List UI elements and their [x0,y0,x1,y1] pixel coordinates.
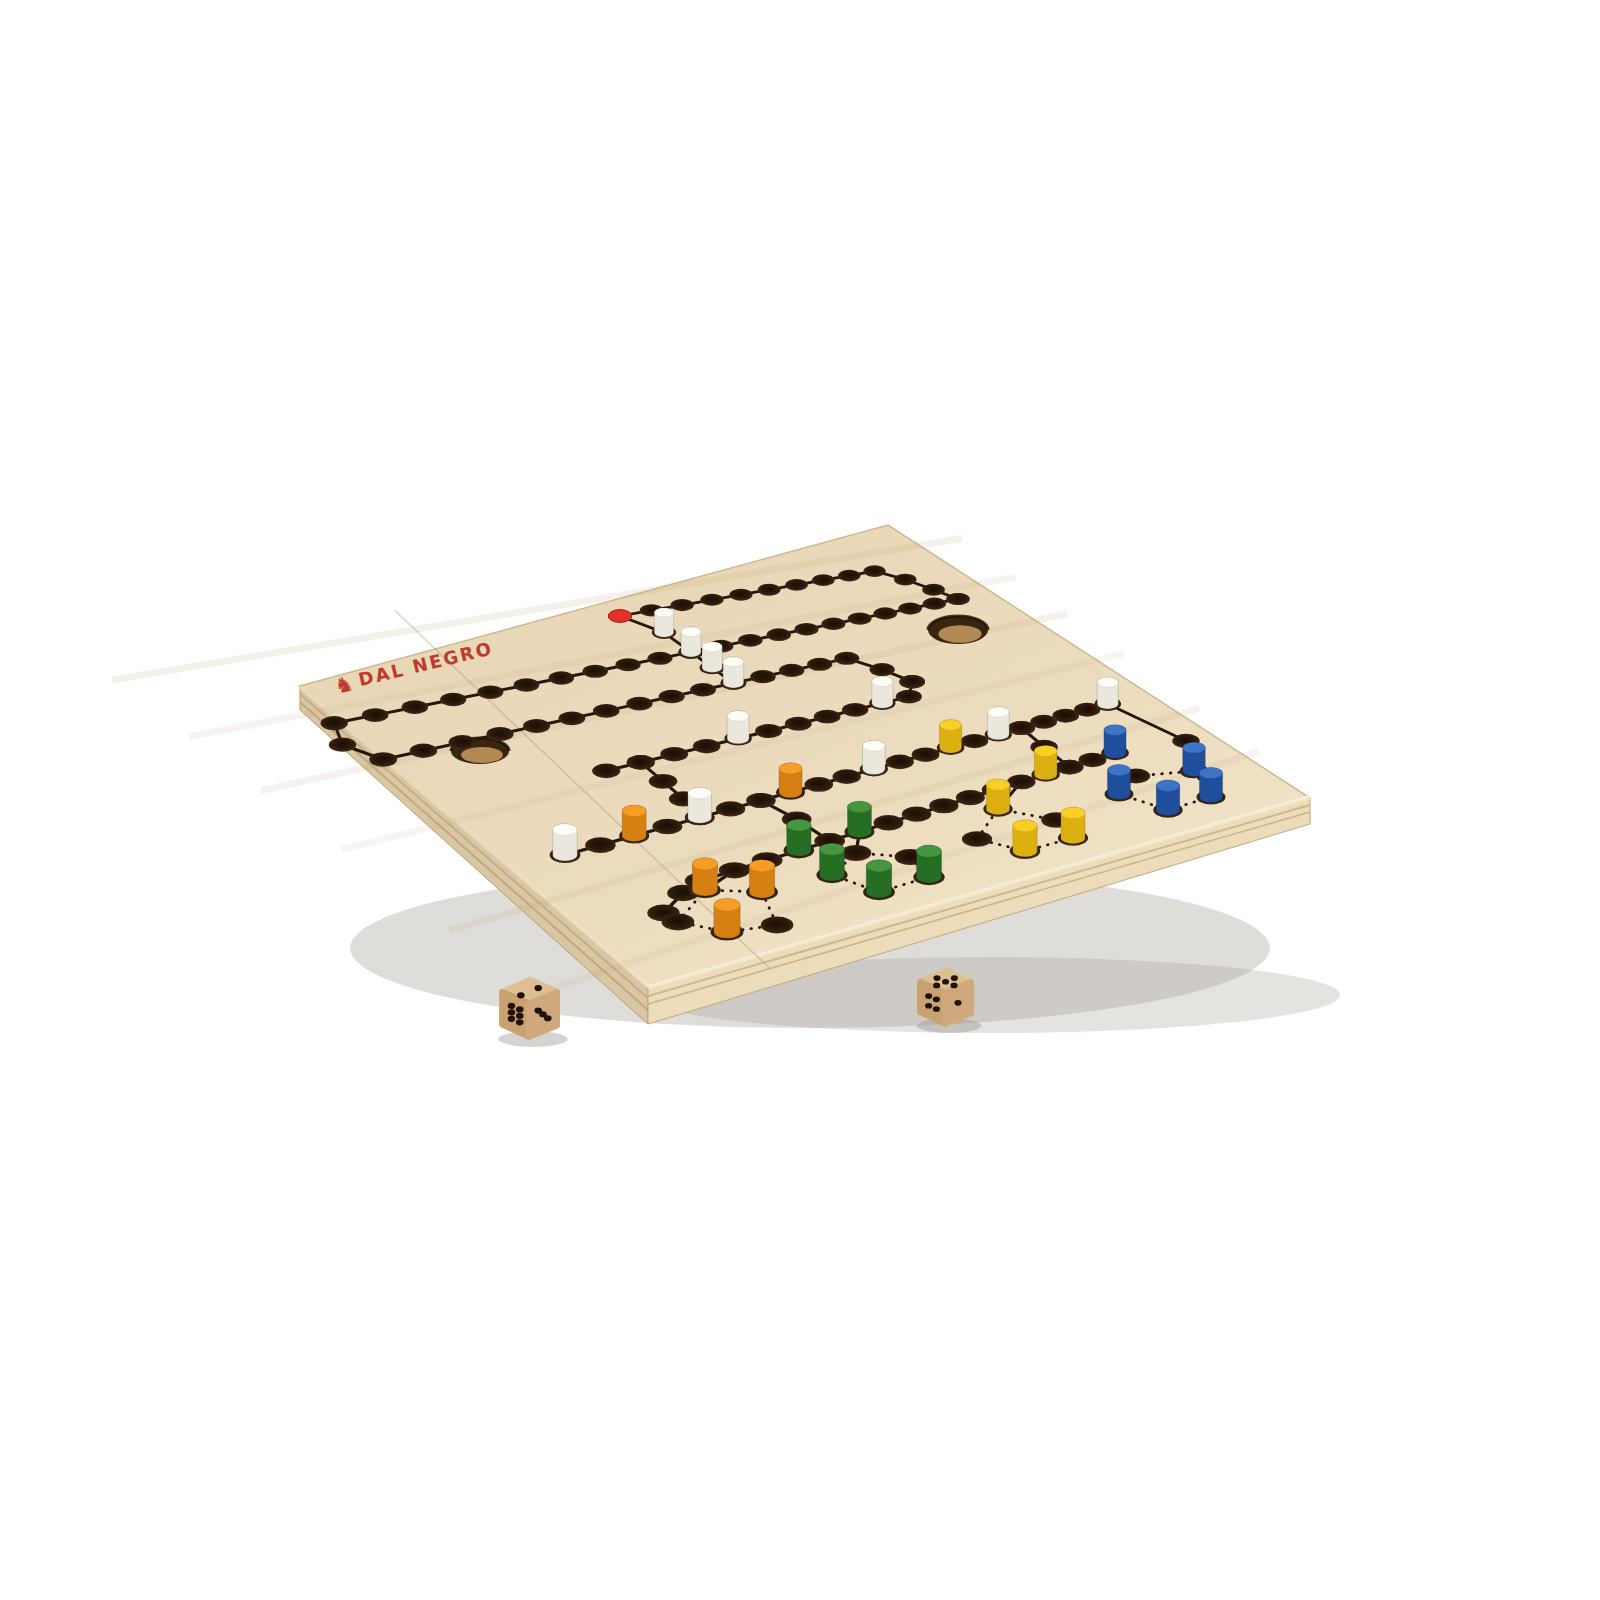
board-hole [649,774,678,789]
board-hole [814,710,841,724]
board-hole [863,565,885,577]
left-die[interactable] [502,980,557,1037]
board-hole [593,704,620,718]
board-hole [523,719,550,733]
board-hole [700,594,723,606]
board-hole [785,717,812,731]
board-hole [738,634,762,647]
peg-white[interactable] [863,740,886,774]
peg-white[interactable] [688,787,712,823]
board-hole [514,678,540,691]
board-hole [1055,760,1083,775]
board-hole [832,769,860,784]
board-hole [804,777,833,792]
peg-orange[interactable] [714,898,740,938]
board-hole [899,675,925,688]
goal-marker-red[interactable] [608,610,631,623]
board-hole [647,652,672,665]
board-hole [402,700,428,714]
board-hole [841,845,872,861]
board-hole [750,670,776,683]
peg-white[interactable] [702,642,722,673]
board-hole [729,589,752,601]
board-hole [755,724,782,738]
peg-yellow[interactable] [940,720,962,753]
board-hole [821,618,845,630]
board-hole [896,690,922,704]
board-photo-svg: ♞DAL NEGRO [0,0,1600,1600]
product-photo: ♞DAL NEGRO [0,0,1600,1600]
board-hole [693,739,721,753]
board-hole [719,862,750,878]
board-hole [369,752,397,767]
peg-green[interactable] [787,819,811,856]
board-hole [659,690,685,704]
peg-blue[interactable] [1156,780,1180,816]
board-hole [662,914,695,931]
board-hole [834,652,859,665]
board-hole [690,683,716,696]
peg-white[interactable] [654,608,673,637]
peg-blue[interactable] [1199,767,1222,802]
board-hole [898,602,922,614]
board-hole [874,815,904,830]
board-hole [848,612,872,624]
peg-white[interactable] [553,824,578,861]
peg-blue[interactable] [1104,725,1126,759]
board-hole [1007,774,1036,789]
board-hole [956,790,985,805]
board-hole [894,574,917,586]
board-hole [767,628,791,641]
board-hole [559,711,586,725]
board-hole [929,798,958,813]
peg-white[interactable] [872,676,893,708]
board-hole [812,574,835,586]
board-hole [912,747,940,761]
board-hole [794,623,818,636]
right-die[interactable] [920,971,971,1024]
board-hole [961,734,988,748]
board-hole [807,658,832,671]
board-hole [902,806,932,821]
peg-green[interactable] [847,801,871,837]
board-hole [362,708,389,722]
board-hole [410,744,438,758]
board-hole [627,755,655,770]
board-hole [626,697,652,711]
peg-orange[interactable] [779,763,802,798]
board-hole [1008,721,1035,735]
board-hole [779,664,804,677]
peg-white[interactable] [727,711,749,744]
peg-orange[interactable] [692,858,717,896]
board-hole [477,685,503,699]
board-hole [923,598,946,610]
peg-green[interactable] [819,843,844,881]
board-hole [761,916,794,933]
board-hole [869,663,894,676]
board-hole [670,599,693,611]
board-hole [660,747,688,761]
board-hole [746,793,775,808]
peg-blue[interactable] [1107,765,1130,800]
peg-yellow[interactable] [1034,746,1057,780]
board-hole [321,716,348,730]
board-hole [585,837,615,853]
board-hole [886,755,914,770]
board-hole [440,693,466,707]
peg-green[interactable] [916,845,941,883]
board-hole [486,727,513,741]
finger-hole [928,616,988,644]
board-hole [329,738,357,752]
board-hole [758,584,781,596]
peg-white[interactable] [1097,677,1118,709]
peg-white[interactable] [987,707,1009,740]
board-hole [449,735,476,749]
board-hole [615,658,640,671]
board-hole [922,584,945,596]
board-hole [592,764,620,779]
board-hole [962,831,992,847]
board-hole [549,671,575,684]
board-hole [838,570,861,582]
peg-white[interactable] [681,627,701,657]
peg-yellow[interactable] [986,779,1010,815]
board-hole [716,801,745,816]
board-hole [653,819,683,835]
peg-yellow[interactable] [1013,820,1037,857]
board-hole [842,703,869,717]
peg-green[interactable] [866,860,891,898]
peg-yellow[interactable] [1061,807,1085,844]
peg-orange[interactable] [749,860,774,898]
peg-orange[interactable] [622,805,646,841]
peg-white[interactable] [723,657,744,688]
board-hole [946,593,969,605]
board-hole [582,665,607,678]
board-hole [785,579,808,591]
board-hole [873,607,897,619]
